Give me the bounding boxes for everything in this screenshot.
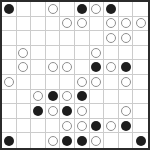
cell-r10c2[interactable] [17,133,32,148]
cell-r4c2[interactable] [17,46,32,61]
cell-r8c10[interactable] [133,104,148,119]
cell-r1c6[interactable] [75,2,90,17]
cell-r6c5[interactable] [60,75,75,90]
white-pearl [18,62,28,72]
cell-r5c2[interactable] [17,60,32,75]
cell-r6c3[interactable] [31,75,46,90]
white-pearl [121,33,131,43]
cell-r5c1[interactable] [2,60,17,75]
black-pearl [91,121,101,131]
black-pearl [77,4,87,14]
cell-r7c5[interactable] [60,90,75,105]
white-pearl [121,18,131,28]
white-pearl [91,4,101,14]
cell-r10c4[interactable] [46,133,61,148]
white-pearl [62,91,72,101]
cell-r9c4[interactable] [46,119,61,134]
cell-r1c7[interactable] [90,2,105,17]
cell-r7c10[interactable] [133,90,148,105]
cell-r2c4[interactable] [46,17,61,32]
white-pearl [77,106,87,116]
cell-r10c7[interactable] [90,133,105,148]
black-pearl [4,136,14,146]
cell-r2c2[interactable] [17,17,32,32]
cell-r3c7[interactable] [90,31,105,46]
cell-r6c7[interactable] [90,75,105,90]
cell-r2c9[interactable] [119,17,134,32]
cell-r4c6[interactable] [75,46,90,61]
cell-r1c5[interactable] [60,2,75,17]
cell-r3c5[interactable] [60,31,75,46]
cell-r2c3[interactable] [31,17,46,32]
cell-r3c10[interactable] [133,31,148,46]
white-pearl [48,136,58,146]
cell-r8c6[interactable] [75,104,90,119]
black-pearl [62,136,72,146]
black-pearl [33,106,43,116]
cell-r7c4[interactable] [46,90,61,105]
cell-r10c6[interactable] [75,133,90,148]
cell-r1c4[interactable] [46,2,61,17]
black-pearl [77,91,87,101]
cell-r8c7[interactable] [90,104,105,119]
cell-r6c4[interactable] [46,75,61,90]
cell-r5c8[interactable] [104,60,119,75]
cell-r8c2[interactable] [17,104,32,119]
cell-r6c2[interactable] [17,75,32,90]
cell-r2c1[interactable] [2,17,17,32]
cell-r5c9[interactable] [119,60,134,75]
white-pearl [62,121,72,131]
cell-r5c10[interactable] [133,60,148,75]
cell-r9c3[interactable] [31,119,46,134]
cell-r8c3[interactable] [31,104,46,119]
white-pearl [91,48,101,58]
cell-r4c3[interactable] [31,46,46,61]
cell-r7c1[interactable] [2,90,17,105]
cell-r2c8[interactable] [104,17,119,32]
cell-r7c7[interactable] [90,90,105,105]
cell-r5c5[interactable] [60,60,75,75]
cell-r10c1[interactable] [2,133,17,148]
cell-r3c8[interactable] [104,31,119,46]
cell-r6c9[interactable] [119,75,134,90]
cell-r4c4[interactable] [46,46,61,61]
cell-r2c7[interactable] [90,17,105,32]
cell-r10c5[interactable] [60,133,75,148]
cell-r2c6[interactable] [75,17,90,32]
black-pearl [121,62,131,72]
white-pearl [106,18,116,28]
cell-r8c4[interactable] [46,104,61,119]
black-pearl [106,4,116,14]
black-pearl [48,91,58,101]
cell-r7c9[interactable] [119,90,134,105]
cell-r3c6[interactable] [75,31,90,46]
cell-r9c5[interactable] [60,119,75,134]
cell-r1c8[interactable] [104,2,119,17]
black-pearl [136,136,146,146]
white-pearl [106,33,116,43]
cell-r3c1[interactable] [2,31,17,46]
cell-r1c10[interactable] [133,2,148,17]
cell-r4c7[interactable] [90,46,105,61]
black-pearl [77,136,87,146]
cell-r9c6[interactable] [75,119,90,134]
white-pearl [77,18,87,28]
white-pearl [62,18,72,28]
white-pearl [91,136,101,146]
white-pearl [48,62,58,72]
cell-r4c5[interactable] [60,46,75,61]
white-pearl [77,121,87,131]
cell-r10c10[interactable] [133,133,148,148]
cell-r4c9[interactable] [119,46,134,61]
white-pearl [18,48,28,58]
cell-r3c2[interactable] [17,31,32,46]
cell-r3c3[interactable] [31,31,46,46]
cell-r5c7[interactable] [90,60,105,75]
cell-r6c1[interactable] [2,75,17,90]
cell-r7c3[interactable] [31,90,46,105]
cell-r5c3[interactable] [31,60,46,75]
cell-r7c8[interactable] [104,90,119,105]
cell-r8c1[interactable] [2,104,17,119]
cell-r9c2[interactable] [17,119,32,134]
cell-r8c9[interactable] [119,104,134,119]
cell-r2c10[interactable] [133,17,148,32]
black-pearl [62,106,72,116]
cell-r9c7[interactable] [90,119,105,134]
cell-r4c10[interactable] [133,46,148,61]
white-pearl [4,77,14,87]
black-pearl [4,4,14,14]
cell-r6c10[interactable] [133,75,148,90]
white-pearl [48,106,58,116]
white-pearl [121,77,131,87]
cell-r7c6[interactable] [75,90,90,105]
cell-r3c9[interactable] [119,31,134,46]
masyu-board [0,0,150,150]
white-pearl [33,91,43,101]
cell-r5c4[interactable] [46,60,61,75]
black-pearl [91,62,101,72]
cell-r1c1[interactable] [2,2,17,17]
white-pearl [136,18,146,28]
cell-r4c8[interactable] [104,46,119,61]
cell-r9c1[interactable] [2,119,17,134]
cell-r1c3[interactable] [31,2,46,17]
cell-r5c6[interactable] [75,60,90,75]
cell-r6c8[interactable] [104,75,119,90]
white-pearl [91,77,101,87]
cell-r10c8[interactable] [104,133,119,148]
cell-r2c5[interactable] [60,17,75,32]
white-pearl [77,77,87,87]
black-pearl [121,121,131,131]
cell-r10c3[interactable] [31,133,46,148]
white-pearl [62,62,72,72]
cell-r8c8[interactable] [104,104,119,119]
cell-r9c10[interactable] [133,119,148,134]
white-pearl [106,121,116,131]
cell-r9c8[interactable] [104,119,119,134]
cell-r9c9[interactable] [119,119,134,134]
cell-r6c6[interactable] [75,75,90,90]
cell-r1c9[interactable] [119,2,134,17]
cell-r4c1[interactable] [2,46,17,61]
cell-r1c2[interactable] [17,2,32,17]
cell-r3c4[interactable] [46,31,61,46]
cell-r7c2[interactable] [17,90,32,105]
cell-r8c5[interactable] [60,104,75,119]
white-pearl [48,4,58,14]
white-pearl [121,106,131,116]
white-pearl [106,62,116,72]
cell-r10c9[interactable] [119,133,134,148]
